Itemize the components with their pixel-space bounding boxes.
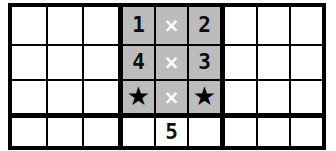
cell-r3-c4[interactable]: ★	[123, 81, 154, 113]
number-glyph: 4	[132, 52, 145, 73]
star-glyph: ★	[127, 83, 150, 109]
cell-r4-c2[interactable]	[48, 118, 82, 146]
cell-r1-c2[interactable]	[48, 7, 82, 44]
cell-r2-c1[interactable]	[12, 46, 46, 79]
cell-r3-c3[interactable]	[84, 81, 118, 113]
number-glyph: 1	[132, 15, 145, 36]
cell-r1-c7[interactable]	[225, 7, 256, 44]
cell-r1-c3[interactable]	[84, 7, 118, 44]
puzzle-board: 1×24×3★×★5	[8, 3, 326, 150]
cell-r4-c5[interactable]: 5	[156, 118, 187, 146]
cell-r2-c2[interactable]	[48, 46, 82, 79]
cell-r3-c5[interactable]: ×	[156, 81, 187, 113]
cell-r3-c8[interactable]	[258, 81, 289, 113]
cell-r1-c9[interactable]	[291, 7, 322, 44]
cell-r1-c8[interactable]	[258, 7, 289, 44]
cell-r4-c4[interactable]	[123, 118, 154, 146]
cell-r3-c1[interactable]	[12, 81, 46, 113]
cell-r2-c4[interactable]: 4	[123, 46, 154, 79]
cell-r4-c9[interactable]	[291, 118, 322, 146]
number-glyph: 3	[198, 52, 211, 73]
cell-r3-c6[interactable]: ★	[189, 81, 220, 113]
number-glyph: 5	[165, 122, 178, 143]
cell-r4-c6[interactable]	[189, 118, 220, 146]
cell-r2-c7[interactable]	[225, 46, 256, 79]
cell-r2-c8[interactable]	[258, 46, 289, 79]
cell-r2-c5[interactable]: ×	[156, 46, 187, 79]
number-glyph: 2	[198, 15, 211, 36]
multiply-glyph: ×	[164, 88, 180, 107]
cell-r1-c6[interactable]: 2	[189, 7, 220, 44]
cell-r2-c9[interactable]	[291, 46, 322, 79]
star-glyph: ★	[193, 83, 216, 109]
multiply-glyph: ×	[164, 53, 180, 72]
cell-r1-c1[interactable]	[12, 7, 46, 44]
cell-r2-c6[interactable]: 3	[189, 46, 220, 79]
cell-r4-c8[interactable]	[258, 118, 289, 146]
cell-r3-c9[interactable]	[291, 81, 322, 113]
cell-r4-c7[interactable]	[225, 118, 256, 146]
cell-r1-c5[interactable]: ×	[156, 7, 187, 44]
cell-r4-c1[interactable]	[12, 118, 46, 146]
cell-r2-c3[interactable]	[84, 46, 118, 79]
multiply-glyph: ×	[164, 16, 180, 35]
cell-r1-c4[interactable]: 1	[123, 7, 154, 44]
cell-r3-c7[interactable]	[225, 81, 256, 113]
cell-r3-c2[interactable]	[48, 81, 82, 113]
puzzle-diagram: 1×24×3★×★5	[0, 0, 336, 151]
cell-r4-c3[interactable]	[84, 118, 118, 146]
